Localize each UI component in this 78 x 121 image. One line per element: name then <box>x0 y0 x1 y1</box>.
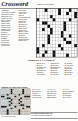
clue-column-bottom-1: 37 Salty drop39 Chess piece42 Court cry4… <box>32 89 46 111</box>
clue-number: 70 <box>64 74 66 75</box>
clue-column-left-2: 5 Pale shade6 Wine region7 Poker stake8 … <box>18 10 34 86</box>
puzzle-byline: PUZZLE BY R. J. HARTMAN <box>28 59 72 61</box>
clue-item: 70 Deep cut <box>64 74 77 76</box>
clue-number: 71 <box>62 96 64 97</box>
clue-item: 4 Slip up badly <box>1 45 17 47</box>
empty-cell[interactable] <box>74 54 76 57</box>
clue-number: 4 <box>1 45 2 46</box>
editor-byline: Edited by Will Shortz <box>37 3 75 5</box>
clue-item: 47 Floor model <box>36 74 49 76</box>
clue-item: 71 Use a chair <box>62 96 77 98</box>
clue-column-bottom-2: 49 Grain store51 Kitchen wear53 Singing … <box>47 89 61 111</box>
clue-column-left: ACROSS1 Sea eagle of the north5 Pasta sh… <box>1 10 17 86</box>
newspaper-crossword-page: Crossword Edited by Will Shortz ACROSS1 … <box>0 0 78 121</box>
masthead: Crossword <box>2 0 36 8</box>
clue-number: 59 <box>50 74 52 75</box>
crossword-grid[interactable] <box>36 8 77 57</box>
previous-solution-grid: SCRAPMOTIFADSTOASTARENALEOALTERNOTEDIREB… <box>1 89 30 115</box>
clue-item: 35 Piano piece <box>18 40 34 42</box>
solution-caption: © The Crossword Syndicate <box>1 116 31 117</box>
clue-number: 47 <box>36 74 38 75</box>
answers-phone-notice: For answers to today's puzzle, call 1-90… <box>31 112 77 118</box>
solution-letter-cell: S <box>28 113 30 115</box>
clue-column-below-3: 60 Hot spring62 Apple center64 Very dry6… <box>64 63 77 88</box>
clue-column-below-2: 48 Garden tool50 Lion's den52 Mountain l… <box>50 63 63 88</box>
clue-item: 59 In the past <box>50 74 63 76</box>
notice-line-2: 1-900-289-CLUE (75¢ each minute). <box>31 114 77 116</box>
clue-number: 58 <box>47 96 49 97</box>
clue-item: 46 Ship's record <box>32 96 46 98</box>
clue-number: 35 <box>18 40 20 41</box>
page: Crossword Edited by Will Shortz ACROSS1 … <box>0 0 78 121</box>
page-title: Crossword <box>2 0 36 8</box>
clue-column-below-1: 36 Road curve38 Tiny bit40 Spanish gold4… <box>36 63 49 88</box>
clue-number: 46 <box>32 96 34 97</box>
clue-column-bottom-3: 61 Golf peg63 Morning moisture65 Signal … <box>62 89 77 111</box>
clue-item: 58 Bread maker <box>47 96 61 98</box>
